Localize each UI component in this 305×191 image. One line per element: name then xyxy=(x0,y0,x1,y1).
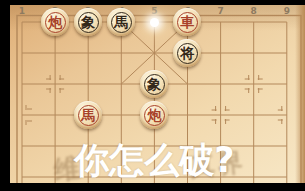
piece-character: 馬 xyxy=(81,108,95,122)
last-move-sparkle xyxy=(150,18,159,27)
piece-ring: 馬 xyxy=(111,12,132,33)
piece-ring: 象 xyxy=(144,74,165,95)
piece-character: 炮 xyxy=(147,108,161,122)
black-horse-piece[interactable]: 馬 xyxy=(107,8,135,36)
letterbox-bar-bottom xyxy=(0,183,305,190)
piece-ring: 炮 xyxy=(45,12,66,33)
piece-ring: 炮 xyxy=(144,105,165,126)
piece-character: 象 xyxy=(81,15,95,29)
piece-ring: 車 xyxy=(177,12,198,33)
piece-character: 将 xyxy=(180,46,194,60)
piece-ring: 将 xyxy=(177,43,198,64)
letterbox-bar-top xyxy=(0,0,305,5)
red-horse-piece[interactable]: 馬 xyxy=(74,101,102,129)
piece-ring: 象 xyxy=(78,12,99,33)
piece-character: 馬 xyxy=(114,15,128,29)
piece-character: 車 xyxy=(180,15,194,29)
black-general-piece[interactable]: 将 xyxy=(173,39,201,67)
piece-ring: 馬 xyxy=(78,105,99,126)
piece-character: 炮 xyxy=(48,15,62,29)
letterbox-bar-left xyxy=(0,0,10,190)
piece-grid: 炮象馬車将象馬炮 xyxy=(5,7,303,191)
piece-character: 象 xyxy=(147,77,161,91)
black-elephant-piece[interactable]: 象 xyxy=(74,8,102,36)
xiangqi-board[interactable]: 123456789 炮象馬車将象馬炮 维 真界 你怎么破? xyxy=(10,5,305,183)
black-elephant-piece[interactable]: 象 xyxy=(140,70,168,98)
red-cannon-piece[interactable]: 炮 xyxy=(140,101,168,129)
red-cannon-piece[interactable]: 炮 xyxy=(41,8,69,36)
red-chariot-piece[interactable]: 車 xyxy=(173,8,201,36)
